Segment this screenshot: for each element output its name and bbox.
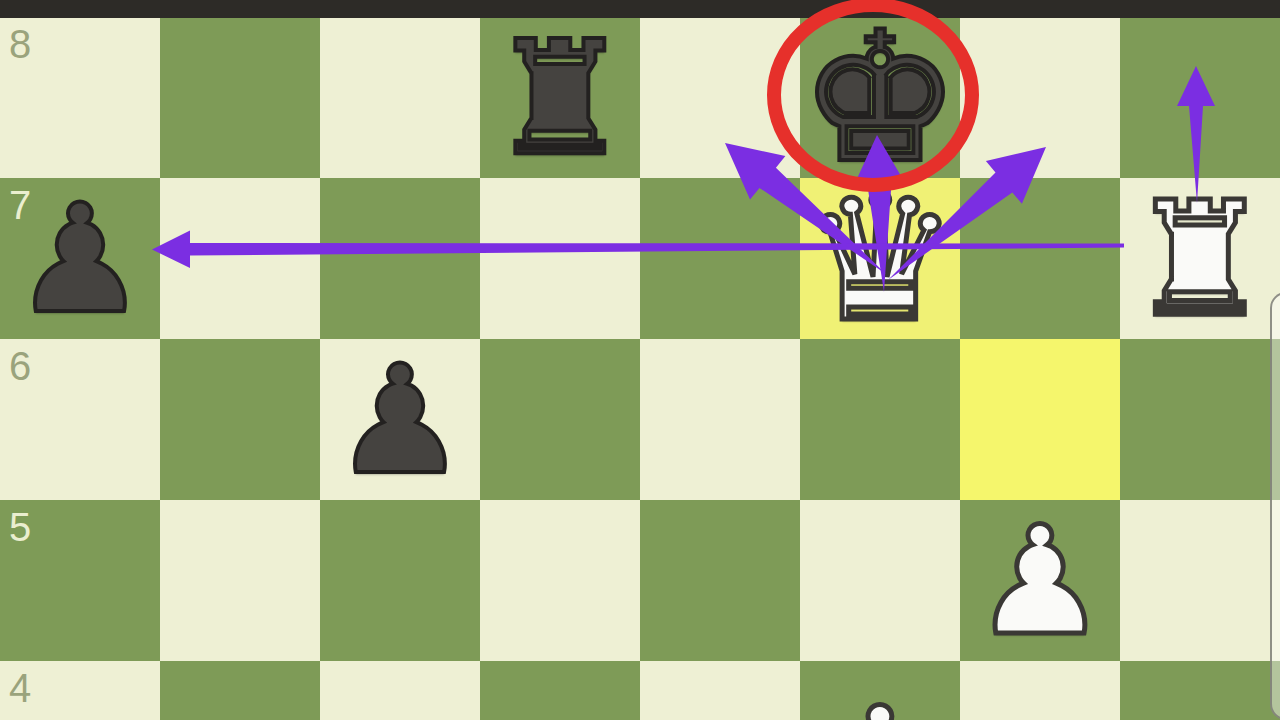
square-h4[interactable]	[1120, 661, 1280, 720]
black-rook-d8[interactable]: ♜	[480, 17, 640, 178]
square-f5[interactable]	[800, 500, 960, 661]
white-queen-f7[interactable]: ♛	[800, 178, 960, 339]
square-b8[interactable]	[160, 17, 320, 178]
chess-board: 87654♜♚♟♛♜♟♟♟	[0, 0, 1280, 720]
square-d4[interactable]	[480, 661, 640, 720]
black-pawn-c6[interactable]: ♟	[320, 339, 480, 500]
chess-video-frame: 87654♜♚♟♛♜♟♟♟	[0, 0, 1280, 720]
rank-label-5: 5	[9, 507, 31, 547]
top-bar	[0, 0, 1280, 18]
square-e6[interactable]	[640, 339, 800, 500]
square-g4[interactable]	[960, 661, 1120, 720]
square-e5[interactable]	[640, 500, 800, 661]
right-panel-edge	[1270, 292, 1280, 720]
square-c4[interactable]	[320, 661, 480, 720]
white-rook-h7[interactable]: ♜	[1120, 178, 1280, 339]
rank-label-4: 4	[9, 668, 31, 708]
square-b5[interactable]	[160, 500, 320, 661]
square-e7[interactable]	[640, 178, 800, 339]
square-b4[interactable]	[160, 661, 320, 720]
square-c8[interactable]	[320, 17, 480, 178]
square-d7[interactable]	[480, 178, 640, 339]
square-b6[interactable]	[160, 339, 320, 500]
rank-label-6: 6	[9, 346, 31, 386]
black-pawn-a7[interactable]: ♟	[0, 178, 160, 339]
rank-label-8: 8	[9, 24, 31, 64]
square-e4[interactable]	[640, 661, 800, 720]
square-g7[interactable]	[960, 178, 1120, 339]
square-c7[interactable]	[320, 178, 480, 339]
square-e8[interactable]	[640, 17, 800, 178]
square-b7[interactable]	[160, 178, 320, 339]
white-pawn-f4[interactable]: ♟	[800, 681, 960, 720]
square-h8[interactable]	[1120, 17, 1280, 178]
square-h6[interactable]	[1120, 339, 1280, 500]
square-h5[interactable]	[1120, 500, 1280, 661]
square-d6[interactable]	[480, 339, 640, 500]
black-king-f8[interactable]: ♚	[800, 17, 960, 178]
square-c5[interactable]	[320, 500, 480, 661]
square-g6[interactable]	[960, 339, 1120, 500]
square-g8[interactable]	[960, 17, 1120, 178]
white-pawn-g5[interactable]: ♟	[960, 500, 1120, 661]
square-d5[interactable]	[480, 500, 640, 661]
square-f6[interactable]	[800, 339, 960, 500]
